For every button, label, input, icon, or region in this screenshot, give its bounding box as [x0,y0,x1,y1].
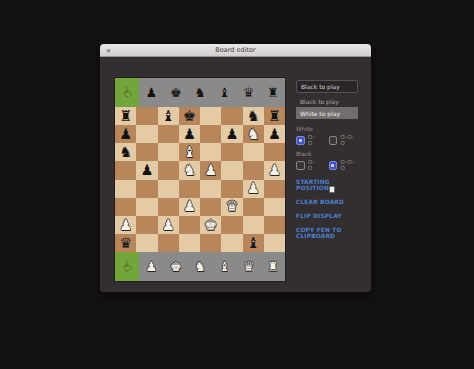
piece-white-pawn[interactable]: ♟ [183,199,196,214]
square-c3[interactable] [158,198,179,216]
castling-option-label: O-O-O [340,134,358,146]
square-d1[interactable] [179,234,200,252]
white-king-icon: ♚ [170,260,182,273]
white-knight-icon: ♞ [194,260,206,273]
palette-black-knight[interactable]: ♞ [188,78,212,107]
square-b4[interactable] [136,180,157,198]
window-body: ☝♟♚♞♝♛♜ ♜♝♚♞♜♟♟♟♞♟♞♝♟♞♟♟♟♟♛♟♟♚♛♝ ☝♟♚♞♝♛♜… [100,57,371,292]
square-f6[interactable] [221,143,242,161]
white-bishop-icon: ♝ [218,260,230,273]
palette-white: ☝♟♚♞♝♛♜ [115,252,285,281]
palette-white-knight[interactable]: ♞ [188,252,212,281]
titlebar[interactable]: ✕ Board editor [100,44,371,57]
square-f2[interactable] [221,216,242,234]
square-b5[interactable]: ♟ [136,161,157,179]
palette-white-rook[interactable]: ♜ [261,252,285,281]
square-c2[interactable]: ♟ [158,216,179,234]
turn-option-white-to-play[interactable]: White to play [296,107,358,119]
castling-row-white: O-OO-O-O [296,134,358,146]
square-b7[interactable] [136,125,157,143]
turn-select[interactable]: Black to play [296,80,358,93]
piece-white-pawn[interactable]: ♟ [268,163,281,178]
square-f4[interactable] [221,180,242,198]
action-links: STARTING POSITIONCLEAR BOARDFLIP DISPLAY… [296,179,358,239]
square-a1[interactable]: ♛ [115,234,136,252]
turn-options: Black to playWhite to play [296,95,358,119]
board-editor-window: ✕ Board editor ☝♟♚♞♝♛♜ ♜♝♚♞♜♟♟♟♞♟♞♝♟♞♟♟♟… [100,44,371,293]
piece-black-bishop[interactable]: ♝ [162,109,175,124]
square-h7[interactable]: ♟ [264,125,285,143]
close-icon[interactable]: ✕ [105,47,112,54]
check-mark [331,164,334,167]
hand-pointer-icon: ☝ [121,85,134,100]
palette-black-king[interactable]: ♚ [164,78,188,107]
palette-black-rook[interactable]: ♜ [261,78,285,107]
square-c5[interactable] [158,161,179,179]
palette-white-king[interactable]: ♚ [164,252,188,281]
square-e6[interactable] [200,143,221,161]
hand-pointer-icon: ☝ [121,259,134,274]
link-copy-fen-to-clipboard[interactable]: COPY FEN TO CLIPBOARD [296,227,358,239]
square-g4[interactable]: ♟ [243,180,264,198]
unchecked-checkbox[interactable] [296,161,305,170]
black-queen-icon: ♛ [243,86,255,99]
palette-white-hand[interactable]: ☝ [115,252,139,281]
unchecked-checkbox[interactable] [329,136,338,145]
piece-white-bishop[interactable]: ♝ [183,145,196,160]
palette-black-bishop[interactable]: ♝ [212,78,236,107]
square-b8[interactable] [136,107,157,125]
square-h6[interactable] [264,143,285,161]
black-knight-icon: ♞ [194,86,206,99]
piece-white-pawn[interactable]: ♟ [119,218,132,233]
square-g6[interactable] [243,143,264,161]
square-a6[interactable]: ♞ [115,143,136,161]
white-pawn-icon: ♟ [146,260,158,273]
castling-side-label-white: White [296,126,358,132]
piece-black-king[interactable]: ♚ [183,109,196,124]
palette-white-pawn[interactable]: ♟ [139,252,163,281]
castling-black-queenside[interactable]: O-O-O [329,159,358,171]
square-c4[interactable] [158,180,179,198]
square-e7[interactable] [200,125,221,143]
black-king-icon: ♚ [170,86,182,99]
piece-black-rook[interactable]: ♜ [119,109,132,124]
square-c8[interactable]: ♝ [158,107,179,125]
square-g7[interactable]: ♞ [243,125,264,143]
square-e3[interactable] [200,198,221,216]
square-e4[interactable] [200,180,221,198]
square-d6[interactable]: ♝ [179,143,200,161]
castling-option-label: O-O [308,134,319,146]
castling-white-queenside[interactable]: O-O-O [329,134,358,146]
chess-board: ♜♝♚♞♜♟♟♟♞♟♞♝♟♞♟♟♟♟♛♟♟♚♛♝ [115,107,285,252]
sidebar: Black to play Black to playWhite to play… [296,80,358,247]
square-a7[interactable]: ♟ [115,125,136,143]
square-e8[interactable] [200,107,221,125]
square-d4[interactable] [179,180,200,198]
black-bishop-icon: ♝ [218,86,230,99]
square-d3[interactable]: ♟ [179,198,200,216]
square-d8[interactable]: ♚ [179,107,200,125]
square-b1[interactable] [136,234,157,252]
square-g3[interactable] [243,198,264,216]
piece-white-knight[interactable]: ♞ [183,163,196,178]
piece-black-knight[interactable]: ♞ [119,145,132,160]
piece-white-pawn[interactable]: ♟ [204,163,217,178]
castling-row-black: O-OO-O-O [296,159,358,171]
square-b3[interactable] [136,198,157,216]
square-a2[interactable]: ♟ [115,216,136,234]
square-c6[interactable] [158,143,179,161]
turn-select-value: Black to play [301,83,340,90]
link-flip-display[interactable]: FLIP DISPLAY [296,213,358,219]
white-rook-icon: ♜ [267,260,279,273]
check-mark [299,139,302,142]
black-pawn-icon: ♟ [146,86,158,99]
square-d2[interactable] [179,216,200,234]
square-a4[interactable] [115,180,136,198]
castling-option-label: O-O [308,159,319,171]
link-starting-position[interactable]: STARTING POSITION [296,179,358,191]
square-f1[interactable] [221,234,242,252]
checked-checkbox[interactable] [296,136,305,145]
square-f8[interactable] [221,107,242,125]
square-a8[interactable]: ♜ [115,107,136,125]
square-h3[interactable] [264,198,285,216]
square-g5[interactable] [243,161,264,179]
square-e2[interactable]: ♚ [200,216,221,234]
piece-white-queen[interactable]: ♛ [225,199,238,214]
palette-black: ☝♟♚♞♝♛♜ [115,78,285,107]
castling-white-kingside[interactable]: O-O [296,134,319,146]
link-clear-board[interactable]: CLEAR BOARD [296,199,358,205]
castling-black-kingside[interactable]: O-O [296,159,319,171]
square-c7[interactable] [158,125,179,143]
checked-checkbox[interactable] [329,161,338,170]
castling-option-label: O-O-O [340,159,358,171]
turn-option-black-to-play[interactable]: Black to play [296,95,358,107]
palette-black-pawn[interactable]: ♟ [139,78,163,107]
square-a5[interactable] [115,161,136,179]
piece-white-pawn[interactable]: ♟ [247,181,260,196]
piece-black-pawn[interactable]: ♟ [225,127,238,142]
window-title: Board editor [215,46,255,54]
white-queen-icon: ♛ [243,260,255,273]
piece-white-king[interactable]: ♚ [204,218,217,233]
square-b6[interactable] [136,143,157,161]
square-e5[interactable]: ♟ [200,161,221,179]
palette-white-bishop[interactable]: ♝ [212,252,236,281]
square-f7[interactable]: ♟ [221,125,242,143]
square-e1[interactable] [200,234,221,252]
palette-black-queen[interactable]: ♛ [236,78,260,107]
palette-white-queen[interactable]: ♛ [236,252,260,281]
piece-black-pawn[interactable]: ♟ [140,163,153,178]
castling-side-label-black: Black [296,151,358,157]
square-h8[interactable]: ♜ [264,107,285,125]
castling-section: WhiteO-OO-O-OBlackO-OO-O-O [296,126,358,171]
square-c1[interactable] [158,234,179,252]
square-h5[interactable]: ♟ [264,161,285,179]
square-b2[interactable] [136,216,157,234]
palette-black-hand[interactable]: ☝ [115,78,139,107]
square-h1[interactable] [264,234,285,252]
piece-white-pawn[interactable]: ♟ [162,218,175,233]
piece-white-knight[interactable]: ♞ [247,127,260,142]
square-h2[interactable] [264,216,285,234]
square-f5[interactable] [221,161,242,179]
square-g8[interactable]: ♞ [243,107,264,125]
square-f3[interactable]: ♛ [221,198,242,216]
piece-black-queen[interactable]: ♛ [119,236,132,251]
piece-black-pawn[interactable]: ♟ [119,127,132,142]
piece-black-rook[interactable]: ♜ [268,109,281,124]
square-a3[interactable] [115,198,136,216]
mouse-cursor [329,186,335,193]
piece-black-pawn[interactable]: ♟ [183,127,196,142]
board-block: ☝♟♚♞♝♛♜ ♜♝♚♞♜♟♟♟♞♟♞♝♟♞♟♟♟♟♛♟♟♚♛♝ ☝♟♚♞♝♛♜ [114,77,286,282]
piece-black-knight[interactable]: ♞ [247,109,260,124]
square-d7[interactable]: ♟ [179,125,200,143]
square-g2[interactable] [243,216,264,234]
piece-black-pawn[interactable]: ♟ [268,127,281,142]
square-d5[interactable]: ♞ [179,161,200,179]
square-h4[interactable] [264,180,285,198]
black-rook-icon: ♜ [267,86,279,99]
piece-black-bishop[interactable]: ♝ [247,236,260,251]
square-g1[interactable]: ♝ [243,234,264,252]
